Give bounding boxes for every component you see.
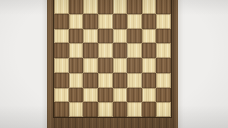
square-a3[interactable] — [54, 73, 69, 88]
square-a7[interactable] — [54, 14, 69, 29]
square-e7[interactable] — [113, 14, 128, 29]
square-e8[interactable] — [113, 0, 128, 14]
square-d6[interactable] — [98, 29, 113, 44]
square-h5[interactable] — [156, 43, 171, 58]
square-b7[interactable] — [69, 14, 84, 29]
square-a5[interactable] — [54, 43, 69, 58]
square-b2[interactable] — [69, 88, 84, 103]
square-f8[interactable] — [127, 0, 142, 14]
square-g7[interactable] — [142, 14, 157, 29]
square-a4[interactable] — [54, 58, 69, 73]
square-g6[interactable] — [142, 29, 157, 44]
square-e4[interactable] — [113, 58, 128, 73]
square-e6[interactable] — [113, 29, 128, 44]
square-f5[interactable] — [127, 43, 142, 58]
square-g4[interactable] — [142, 58, 157, 73]
square-g3[interactable] — [142, 73, 157, 88]
chess-board — [53, 0, 172, 118]
square-e2[interactable] — [113, 88, 128, 103]
square-d5[interactable] — [98, 43, 113, 58]
square-c8[interactable] — [83, 0, 98, 14]
square-b3[interactable] — [69, 73, 84, 88]
square-h3[interactable] — [156, 73, 171, 88]
square-d8[interactable] — [98, 0, 113, 14]
square-b5[interactable] — [69, 43, 84, 58]
square-a6[interactable] — [54, 29, 69, 44]
square-d2[interactable] — [98, 88, 113, 103]
square-c3[interactable] — [83, 73, 98, 88]
square-b8[interactable] — [69, 0, 84, 14]
square-d1[interactable] — [98, 102, 113, 117]
square-f6[interactable] — [127, 29, 142, 44]
square-h8[interactable] — [156, 0, 171, 14]
square-d7[interactable] — [98, 14, 113, 29]
square-h6[interactable] — [156, 29, 171, 44]
square-f2[interactable] — [127, 88, 142, 103]
square-c7[interactable] — [83, 14, 98, 29]
square-f1[interactable] — [127, 102, 142, 117]
screenshot-root — [0, 0, 228, 128]
chess-board-frame — [47, 0, 178, 128]
square-b1[interactable] — [69, 102, 84, 117]
square-c2[interactable] — [83, 88, 98, 103]
square-g5[interactable] — [142, 43, 157, 58]
square-d4[interactable] — [98, 58, 113, 73]
square-g2[interactable] — [142, 88, 157, 103]
square-h4[interactable] — [156, 58, 171, 73]
square-e1[interactable] — [113, 102, 128, 117]
square-b4[interactable] — [69, 58, 84, 73]
square-f4[interactable] — [127, 58, 142, 73]
square-h1[interactable] — [156, 102, 171, 117]
square-g8[interactable] — [142, 0, 157, 14]
square-d3[interactable] — [98, 73, 113, 88]
square-c6[interactable] — [83, 29, 98, 44]
square-b6[interactable] — [69, 29, 84, 44]
square-c1[interactable] — [83, 102, 98, 117]
square-h7[interactable] — [156, 14, 171, 29]
square-e3[interactable] — [113, 73, 128, 88]
square-a2[interactable] — [54, 88, 69, 103]
square-g1[interactable] — [142, 102, 157, 117]
square-h2[interactable] — [156, 88, 171, 103]
square-f7[interactable] — [127, 14, 142, 29]
square-a8[interactable] — [54, 0, 69, 14]
square-c5[interactable] — [83, 43, 98, 58]
square-e5[interactable] — [113, 43, 128, 58]
square-c4[interactable] — [83, 58, 98, 73]
square-a1[interactable] — [54, 102, 69, 117]
square-f3[interactable] — [127, 73, 142, 88]
